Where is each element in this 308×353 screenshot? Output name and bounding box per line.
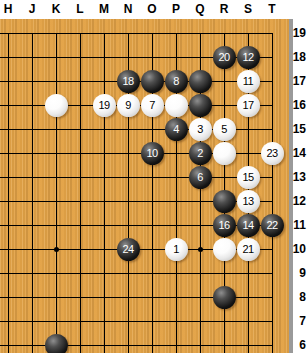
intersection-M19[interactable] — [92, 21, 116, 45]
intersection-K6[interactable] — [44, 333, 68, 353]
intersection-R8[interactable] — [212, 285, 236, 309]
move-number-17: 17 — [242, 94, 253, 117]
intersection-R17[interactable] — [212, 69, 236, 93]
intersection-J13[interactable] — [20, 165, 44, 189]
move-number-8: 8 — [173, 70, 179, 93]
intersection-T10[interactable] — [260, 237, 284, 261]
intersection-L13[interactable] — [68, 165, 92, 189]
intersection-O9[interactable] — [140, 261, 164, 285]
move-number-15: 15 — [242, 166, 253, 189]
intersection-M10[interactable] — [92, 237, 116, 261]
column-label-H: H — [0, 0, 20, 19]
row-label-9: 9 — [291, 261, 307, 285]
black-stone-K6 — [45, 334, 68, 353]
intersection-M14[interactable] — [92, 141, 116, 165]
intersection-S13[interactable]: 15 — [236, 165, 260, 189]
black-stone-P15: 4 — [165, 118, 188, 141]
white-stone-R10 — [213, 238, 236, 261]
column-label-S: S — [236, 0, 260, 19]
intersection-L18[interactable] — [68, 45, 92, 69]
move-number-22: 22 — [266, 214, 277, 237]
intersection-K17[interactable] — [44, 69, 68, 93]
black-stone-N10: 24 — [117, 238, 140, 261]
intersection-R11[interactable]: 16 — [212, 213, 236, 237]
white-stone-S13: 15 — [237, 166, 260, 189]
intersection-M7[interactable] — [92, 309, 116, 333]
white-stone-S12: 13 — [237, 190, 260, 213]
white-stone-M16: 19 — [93, 94, 116, 117]
intersection-L6[interactable] — [68, 333, 92, 353]
move-number-1: 1 — [173, 238, 179, 261]
intersection-Q19[interactable] — [188, 21, 212, 45]
intersection-S9[interactable] — [236, 261, 260, 285]
move-number-7: 7 — [149, 94, 155, 117]
intersection-R6[interactable] — [212, 333, 236, 353]
move-number-6: 6 — [197, 166, 203, 189]
white-stone-O16: 7 — [141, 94, 164, 117]
black-stone-Q14: 2 — [189, 142, 212, 165]
move-number-11: 11 — [243, 70, 253, 93]
intersection-T14[interactable]: 23 — [260, 141, 284, 165]
intersection-S10[interactable]: 21 — [236, 237, 260, 261]
intersection-Q13[interactable]: 6 — [188, 165, 212, 189]
move-number-2: 2 — [197, 142, 203, 165]
intersection-M17[interactable] — [92, 69, 116, 93]
intersection-S12[interactable]: 13 — [236, 189, 260, 213]
intersection-K7[interactable] — [44, 309, 68, 333]
intersection-S15[interactable] — [236, 117, 260, 141]
row-label-8: 8 — [291, 285, 307, 309]
intersection-O11[interactable] — [140, 213, 164, 237]
intersection-O18[interactable] — [140, 45, 164, 69]
intersection-K18[interactable] — [44, 45, 68, 69]
intersection-J10[interactable] — [20, 237, 44, 261]
intersection-O16[interactable]: 7 — [140, 93, 164, 117]
intersection-J17[interactable] — [20, 69, 44, 93]
intersection-M15[interactable] — [92, 117, 116, 141]
intersection-T19[interactable] — [260, 21, 284, 45]
intersection-J7[interactable] — [20, 309, 44, 333]
intersection-T18[interactable] — [260, 45, 284, 69]
intersection-M11[interactable] — [92, 213, 116, 237]
row-label-6: 6 — [291, 333, 307, 353]
intersection-H19[interactable] — [0, 21, 20, 45]
intersection-H11[interactable] — [0, 213, 20, 237]
go-board-grid: 201218811199717435102236151316142224121 — [0, 21, 284, 353]
row-label-17: 17 — [291, 69, 307, 93]
intersection-Q9[interactable] — [188, 261, 212, 285]
intersection-L8[interactable] — [68, 285, 92, 309]
white-stone-R14 — [213, 142, 236, 165]
intersection-R14[interactable] — [212, 141, 236, 165]
intersection-N14[interactable] — [116, 141, 140, 165]
white-stone-P10: 1 — [165, 238, 188, 261]
column-label-M: M — [92, 0, 116, 19]
intersection-J8[interactable] — [20, 285, 44, 309]
intersection-M8[interactable] — [92, 285, 116, 309]
intersection-S8[interactable] — [236, 285, 260, 309]
intersection-J11[interactable] — [20, 213, 44, 237]
white-stone-N16: 9 — [117, 94, 140, 117]
intersection-H13[interactable] — [0, 165, 20, 189]
intersection-Q6[interactable] — [188, 333, 212, 353]
white-stone-K16 — [45, 94, 68, 117]
column-label-R: R — [212, 0, 236, 19]
intersection-R13[interactable] — [212, 165, 236, 189]
intersection-L7[interactable] — [68, 309, 92, 333]
intersection-Q10[interactable] — [188, 237, 212, 261]
intersection-H12[interactable] — [0, 189, 20, 213]
intersection-S7[interactable] — [236, 309, 260, 333]
intersection-M6[interactable] — [92, 333, 116, 353]
move-number-20: 20 — [218, 46, 229, 69]
intersection-N18[interactable] — [116, 45, 140, 69]
intersection-P12[interactable] — [164, 189, 188, 213]
black-stone-R12 — [213, 190, 236, 213]
intersection-P6[interactable] — [164, 333, 188, 353]
intersection-P13[interactable] — [164, 165, 188, 189]
intersection-T7[interactable] — [260, 309, 284, 333]
move-number-10: 10 — [146, 142, 157, 165]
intersection-J16[interactable] — [20, 93, 44, 117]
intersection-N17[interactable]: 18 — [116, 69, 140, 93]
move-number-4: 4 — [173, 118, 179, 141]
intersection-N16[interactable]: 9 — [116, 93, 140, 117]
intersection-P11[interactable] — [164, 213, 188, 237]
intersection-R18[interactable]: 20 — [212, 45, 236, 69]
intersection-J6[interactable] — [20, 333, 44, 353]
intersection-L12[interactable] — [68, 189, 92, 213]
go-diagram-window: HJKLMNOPQRST 201218811199717435102236151… — [0, 0, 308, 353]
intersection-T16[interactable] — [260, 93, 284, 117]
intersection-L19[interactable] — [68, 21, 92, 45]
intersection-O8[interactable] — [140, 285, 164, 309]
black-stone-S18: 12 — [237, 46, 260, 69]
column-label-Q: Q — [188, 0, 212, 19]
intersection-N10[interactable]: 24 — [116, 237, 140, 261]
intersection-S17[interactable]: 11 — [236, 69, 260, 93]
move-number-5: 5 — [221, 118, 227, 141]
black-stone-Q16 — [189, 94, 212, 117]
intersection-K19[interactable] — [44, 21, 68, 45]
move-number-23: 23 — [266, 142, 277, 165]
row-label-16: 16 — [291, 93, 307, 117]
row-label-11: 11 — [291, 213, 307, 237]
move-number-9: 9 — [125, 94, 131, 117]
intersection-S19[interactable] — [236, 21, 260, 45]
intersection-T9[interactable] — [260, 261, 284, 285]
intersection-R15[interactable]: 5 — [212, 117, 236, 141]
black-stone-S11: 14 — [237, 214, 260, 237]
intersection-P19[interactable] — [164, 21, 188, 45]
column-label-J: J — [20, 0, 44, 19]
intersection-R12[interactable] — [212, 189, 236, 213]
black-stone-O17 — [141, 70, 164, 93]
intersection-H6[interactable] — [0, 333, 20, 353]
intersection-L15[interactable] — [68, 117, 92, 141]
move-number-14: 14 — [242, 214, 253, 237]
black-stone-R18: 20 — [213, 46, 236, 69]
intersection-K14[interactable] — [44, 141, 68, 165]
column-label-O: O — [140, 0, 164, 19]
intersection-M16[interactable]: 19 — [92, 93, 116, 117]
column-labels: HJKLMNOPQRST — [0, 0, 284, 19]
intersection-S18[interactable]: 12 — [236, 45, 260, 69]
intersection-Q16[interactable] — [188, 93, 212, 117]
row-label-10: 10 — [291, 237, 307, 261]
white-stone-P16 — [165, 94, 188, 117]
white-stone-S16: 17 — [237, 94, 260, 117]
intersection-N12[interactable] — [116, 189, 140, 213]
column-label-P: P — [164, 0, 188, 19]
intersection-O6[interactable] — [140, 333, 164, 353]
intersection-K10[interactable] — [44, 237, 68, 261]
move-number-19: 19 — [98, 94, 109, 117]
intersection-H9[interactable] — [0, 261, 20, 285]
intersection-H14[interactable] — [0, 141, 20, 165]
intersection-T11[interactable]: 22 — [260, 213, 284, 237]
move-number-21: 21 — [242, 238, 253, 261]
intersection-Q17[interactable] — [188, 69, 212, 93]
intersection-L10[interactable] — [68, 237, 92, 261]
intersection-P16[interactable] — [164, 93, 188, 117]
move-number-13: 13 — [242, 190, 253, 213]
intersection-J9[interactable] — [20, 261, 44, 285]
row-label-7: 7 — [291, 309, 307, 333]
intersection-R19[interactable] — [212, 21, 236, 45]
intersection-P14[interactable] — [164, 141, 188, 165]
move-number-16: 16 — [218, 214, 229, 237]
row-label-14: 14 — [291, 141, 307, 165]
star-point-Q10 — [198, 247, 203, 252]
column-label-K: K — [44, 0, 68, 19]
row-label-13: 13 — [291, 165, 307, 189]
intersection-Q7[interactable] — [188, 309, 212, 333]
intersection-J15[interactable] — [20, 117, 44, 141]
white-stone-T14: 23 — [261, 142, 284, 165]
row-label-12: 12 — [291, 189, 307, 213]
intersection-J18[interactable] — [20, 45, 44, 69]
move-number-12: 12 — [242, 46, 253, 69]
intersection-O7[interactable] — [140, 309, 164, 333]
black-stone-Q13: 6 — [189, 166, 212, 189]
white-stone-S10: 21 — [237, 238, 260, 261]
intersection-R7[interactable] — [212, 309, 236, 333]
intersection-P15[interactable]: 4 — [164, 117, 188, 141]
column-label-L: L — [68, 0, 92, 19]
intersection-K11[interactable] — [44, 213, 68, 237]
intersection-T12[interactable] — [260, 189, 284, 213]
black-stone-Q17 — [189, 70, 212, 93]
intersection-K12[interactable] — [44, 189, 68, 213]
intersection-H16[interactable] — [0, 93, 20, 117]
white-stone-R15: 5 — [213, 118, 236, 141]
intersection-L14[interactable] — [68, 141, 92, 165]
intersection-K13[interactable] — [44, 165, 68, 189]
intersection-N8[interactable] — [116, 285, 140, 309]
intersection-N19[interactable] — [116, 21, 140, 45]
intersection-O13[interactable] — [140, 165, 164, 189]
intersection-T13[interactable] — [260, 165, 284, 189]
move-number-3: 3 — [197, 118, 203, 141]
intersection-Q15[interactable]: 3 — [188, 117, 212, 141]
intersection-O19[interactable] — [140, 21, 164, 45]
intersection-M18[interactable] — [92, 45, 116, 69]
intersection-J14[interactable] — [20, 141, 44, 165]
black-stone-P17: 8 — [165, 70, 188, 93]
row-label-15: 15 — [291, 117, 307, 141]
intersection-N7[interactable] — [116, 309, 140, 333]
move-number-24: 24 — [122, 238, 133, 261]
intersection-H10[interactable] — [0, 237, 20, 261]
black-stone-O14: 10 — [141, 142, 164, 165]
white-stone-S17: 11 — [237, 70, 260, 93]
intersection-M9[interactable] — [92, 261, 116, 285]
intersection-Q12[interactable] — [188, 189, 212, 213]
row-label-18: 18 — [291, 45, 307, 69]
intersection-K16[interactable] — [44, 93, 68, 117]
intersection-P10[interactable]: 1 — [164, 237, 188, 261]
intersection-J19[interactable] — [20, 21, 44, 45]
intersection-K15[interactable] — [44, 117, 68, 141]
intersection-H15[interactable] — [0, 117, 20, 141]
intersection-M13[interactable] — [92, 165, 116, 189]
intersection-O12[interactable] — [140, 189, 164, 213]
intersection-R9[interactable] — [212, 261, 236, 285]
intersection-P9[interactable] — [164, 261, 188, 285]
intersection-N11[interactable] — [116, 213, 140, 237]
intersection-O15[interactable] — [140, 117, 164, 141]
intersection-H17[interactable] — [0, 69, 20, 93]
intersection-L17[interactable] — [68, 69, 92, 93]
row-label-19: 19 — [291, 21, 307, 45]
intersection-L11[interactable] — [68, 213, 92, 237]
intersection-P8[interactable] — [164, 285, 188, 309]
row-labels: 191817161514131211109876 — [291, 21, 307, 353]
star-point-K10 — [54, 247, 59, 252]
go-board: 201218811199717435102236151316142224121 — [0, 19, 289, 353]
intersection-Q11[interactable] — [188, 213, 212, 237]
intersection-K9[interactable] — [44, 261, 68, 285]
intersection-M12[interactable] — [92, 189, 116, 213]
intersection-T15[interactable] — [260, 117, 284, 141]
intersection-S16[interactable]: 17 — [236, 93, 260, 117]
intersection-P18[interactable] — [164, 45, 188, 69]
intersection-N13[interactable] — [116, 165, 140, 189]
intersection-N9[interactable] — [116, 261, 140, 285]
move-number-18: 18 — [122, 70, 133, 93]
intersection-Q8[interactable] — [188, 285, 212, 309]
intersection-O14[interactable]: 10 — [140, 141, 164, 165]
intersection-H8[interactable] — [0, 285, 20, 309]
intersection-S6[interactable] — [236, 333, 260, 353]
intersection-T6[interactable] — [260, 333, 284, 353]
column-label-T: T — [260, 0, 284, 19]
black-stone-N17: 18 — [117, 70, 140, 93]
black-stone-R11: 16 — [213, 214, 236, 237]
intersection-R10[interactable] — [212, 237, 236, 261]
intersection-O10[interactable] — [140, 237, 164, 261]
intersection-P7[interactable] — [164, 309, 188, 333]
black-stone-R8 — [213, 286, 236, 309]
white-stone-Q15: 3 — [189, 118, 212, 141]
intersection-S14[interactable] — [236, 141, 260, 165]
intersection-H18[interactable] — [0, 45, 20, 69]
intersection-N15[interactable] — [116, 117, 140, 141]
intersection-R16[interactable] — [212, 93, 236, 117]
intersection-Q18[interactable] — [188, 45, 212, 69]
intersection-L9[interactable] — [68, 261, 92, 285]
intersection-Q14[interactable]: 2 — [188, 141, 212, 165]
intersection-J12[interactable] — [20, 189, 44, 213]
intersection-K8[interactable] — [44, 285, 68, 309]
intersection-S11[interactable]: 14 — [236, 213, 260, 237]
intersection-T17[interactable] — [260, 69, 284, 93]
intersection-O17[interactable] — [140, 69, 164, 93]
intersection-N6[interactable] — [116, 333, 140, 353]
intersection-H7[interactable] — [0, 309, 20, 333]
intersection-P17[interactable]: 8 — [164, 69, 188, 93]
column-label-N: N — [116, 0, 140, 19]
intersection-L16[interactable] — [68, 93, 92, 117]
black-stone-T11: 22 — [261, 214, 284, 237]
intersection-T8[interactable] — [260, 285, 284, 309]
